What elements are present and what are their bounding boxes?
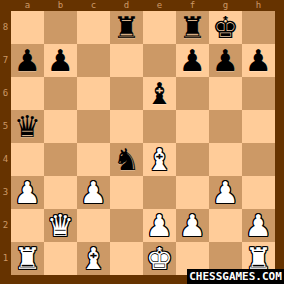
square-e6[interactable]: ♝ (143, 77, 176, 110)
square-a1[interactable]: ♜ (11, 242, 44, 275)
white-queen-b2[interactable]: ♛ (47, 211, 74, 241)
square-a8[interactable] (11, 11, 44, 44)
square-h4[interactable] (242, 143, 275, 176)
square-b5[interactable] (44, 110, 77, 143)
square-d3[interactable] (110, 176, 143, 209)
square-b3[interactable] (44, 176, 77, 209)
chess-diagram: abcdefgh 87654321 ♜♜♚♟♟♟♟♟♝♛♞♝♟♟♟♛♟♟♟♜♝♚… (0, 0, 284, 284)
rank-label-2: 2 (0, 209, 11, 242)
file-label-a: a (11, 0, 44, 11)
black-rook-d8[interactable]: ♜ (113, 13, 140, 43)
square-b6[interactable] (44, 77, 77, 110)
square-d6[interactable] (110, 77, 143, 110)
square-c3[interactable]: ♟ (77, 176, 110, 209)
white-bishop-e4[interactable]: ♝ (146, 145, 173, 175)
square-d5[interactable] (110, 110, 143, 143)
square-e4[interactable]: ♝ (143, 143, 176, 176)
file-label-e: e (143, 0, 176, 11)
white-pawn-f2[interactable]: ♟ (179, 211, 206, 241)
square-d2[interactable] (110, 209, 143, 242)
square-d1[interactable] (110, 242, 143, 275)
rank-label-1: 1 (0, 242, 11, 275)
square-a6[interactable] (11, 77, 44, 110)
square-c4[interactable] (77, 143, 110, 176)
square-g4[interactable] (209, 143, 242, 176)
square-h7[interactable]: ♟ (242, 44, 275, 77)
square-g7[interactable]: ♟ (209, 44, 242, 77)
square-c7[interactable] (77, 44, 110, 77)
rank-labels: 87654321 (0, 11, 11, 275)
square-a3[interactable]: ♟ (11, 176, 44, 209)
square-h3[interactable] (242, 176, 275, 209)
square-f8[interactable]: ♜ (176, 11, 209, 44)
black-pawn-a7[interactable]: ♟ (14, 46, 41, 76)
square-f4[interactable] (176, 143, 209, 176)
black-pawn-f7[interactable]: ♟ (179, 46, 206, 76)
square-d8[interactable]: ♜ (110, 11, 143, 44)
black-bishop-e6[interactable]: ♝ (146, 79, 173, 109)
square-b1[interactable] (44, 242, 77, 275)
rank-label-4: 4 (0, 143, 11, 176)
square-c1[interactable]: ♝ (77, 242, 110, 275)
square-a2[interactable] (11, 209, 44, 242)
white-pawn-c3[interactable]: ♟ (80, 178, 107, 208)
square-f5[interactable] (176, 110, 209, 143)
square-e5[interactable] (143, 110, 176, 143)
rank-label-8: 8 (0, 11, 11, 44)
square-g5[interactable] (209, 110, 242, 143)
square-a7[interactable]: ♟ (11, 44, 44, 77)
file-label-c: c (77, 0, 110, 11)
rank-label-5: 5 (0, 110, 11, 143)
white-pawn-g3[interactable]: ♟ (212, 178, 239, 208)
white-pawn-h2[interactable]: ♟ (245, 211, 272, 241)
branding-strip: CHESSGAMES.COM (187, 269, 284, 284)
square-g8[interactable]: ♚ (209, 11, 242, 44)
black-knight-d4[interactable]: ♞ (113, 145, 140, 175)
chess-board: ♜♜♚♟♟♟♟♟♝♛♞♝♟♟♟♛♟♟♟♜♝♚♜ (11, 11, 275, 275)
square-f3[interactable] (176, 176, 209, 209)
square-g2[interactable] (209, 209, 242, 242)
square-e3[interactable] (143, 176, 176, 209)
square-c5[interactable] (77, 110, 110, 143)
square-a4[interactable] (11, 143, 44, 176)
square-c2[interactable] (77, 209, 110, 242)
square-b7[interactable]: ♟ (44, 44, 77, 77)
square-a5[interactable]: ♛ (11, 110, 44, 143)
black-pawn-g7[interactable]: ♟ (212, 46, 239, 76)
square-f7[interactable]: ♟ (176, 44, 209, 77)
square-e2[interactable]: ♟ (143, 209, 176, 242)
rank-label-6: 6 (0, 77, 11, 110)
black-pawn-b7[interactable]: ♟ (47, 46, 74, 76)
white-bishop-c1[interactable]: ♝ (80, 244, 107, 274)
square-b4[interactable] (44, 143, 77, 176)
square-h2[interactable]: ♟ (242, 209, 275, 242)
square-f2[interactable]: ♟ (176, 209, 209, 242)
square-d4[interactable]: ♞ (110, 143, 143, 176)
square-h5[interactable] (242, 110, 275, 143)
square-g3[interactable]: ♟ (209, 176, 242, 209)
black-pawn-h7[interactable]: ♟ (245, 46, 272, 76)
square-c8[interactable] (77, 11, 110, 44)
square-c6[interactable] (77, 77, 110, 110)
square-e8[interactable] (143, 11, 176, 44)
square-f6[interactable] (176, 77, 209, 110)
square-h8[interactable] (242, 11, 275, 44)
file-label-b: b (44, 0, 77, 11)
black-queen-a5[interactable]: ♛ (14, 112, 41, 142)
rank-label-7: 7 (0, 44, 11, 77)
square-h6[interactable] (242, 77, 275, 110)
square-e1[interactable]: ♚ (143, 242, 176, 275)
white-pawn-a3[interactable]: ♟ (14, 178, 41, 208)
black-rook-f8[interactable]: ♜ (179, 13, 206, 43)
square-e7[interactable] (143, 44, 176, 77)
white-pawn-e2[interactable]: ♟ (146, 211, 173, 241)
file-label-h: h (242, 0, 275, 11)
square-b8[interactable] (44, 11, 77, 44)
square-d7[interactable] (110, 44, 143, 77)
white-rook-a1[interactable]: ♜ (14, 244, 41, 274)
black-king-g8[interactable]: ♚ (212, 13, 239, 43)
square-b2[interactable]: ♛ (44, 209, 77, 242)
white-king-e1[interactable]: ♚ (146, 244, 173, 274)
square-g6[interactable] (209, 77, 242, 110)
rank-label-3: 3 (0, 176, 11, 209)
